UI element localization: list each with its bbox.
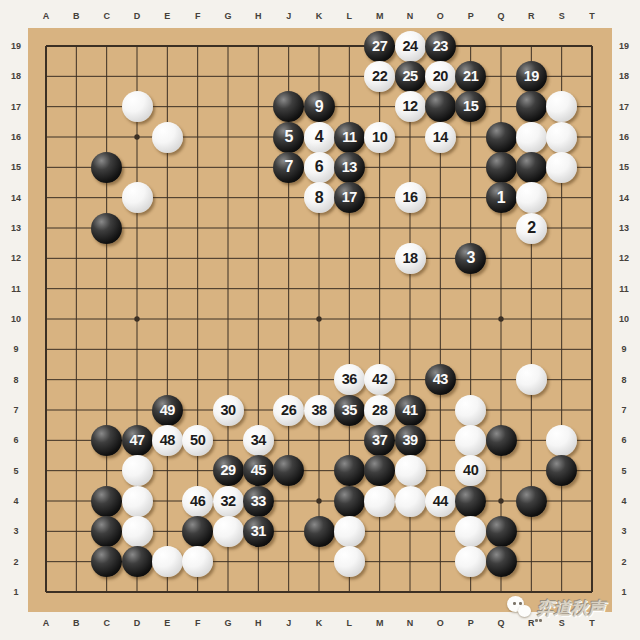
watermark-text: 弈道秋声: [537, 597, 605, 620]
col-label-bottom-J: J: [286, 619, 291, 628]
black-stone-L5: [334, 455, 365, 486]
white-stone-S16: [546, 122, 577, 153]
white-stone-S15: [546, 152, 577, 183]
black-stone-L14-move-17: 17: [334, 182, 365, 213]
black-stone-C13: [91, 213, 122, 244]
black-stone-P4: [455, 486, 486, 517]
white-stone-M18-move-22: 22: [364, 61, 395, 92]
move-number: 4: [315, 129, 323, 145]
move-number: 41: [402, 403, 417, 418]
col-label-top-C: C: [103, 12, 110, 21]
white-stone-N4: [395, 486, 426, 517]
move-number: 24: [402, 39, 417, 54]
row-label-right-15: 15: [619, 163, 629, 172]
col-label-bottom-F: F: [195, 619, 201, 628]
black-stone-N7-move-41: 41: [395, 395, 426, 426]
row-label-left-13: 13: [11, 224, 21, 233]
col-label-bottom-O: O: [437, 619, 444, 628]
row-label-left-2: 2: [13, 557, 18, 566]
row-label-left-1: 1: [13, 588, 18, 597]
move-number: 42: [372, 372, 387, 387]
move-number: 23: [433, 39, 448, 54]
move-number: 46: [190, 494, 205, 509]
move-number: 30: [220, 403, 235, 418]
row-label-left-15: 15: [11, 163, 21, 172]
white-stone-S6: [546, 425, 577, 456]
black-stone-Q16: [486, 122, 517, 153]
go-diagram: AABBCCDDEEFFGGHHJJKKLLMMNNOOPPQQRRSSTT19…: [0, 0, 640, 640]
white-stone-M7-move-28: 28: [364, 395, 395, 426]
move-number: 14: [433, 130, 448, 145]
star-point-Q10: [498, 316, 503, 321]
row-label-left-19: 19: [11, 42, 21, 51]
row-label-right-8: 8: [621, 375, 626, 384]
move-number: 36: [342, 372, 357, 387]
row-label-right-2: 2: [621, 557, 626, 566]
col-label-bottom-C: C: [103, 619, 110, 628]
black-stone-C6: [91, 425, 122, 456]
black-stone-G5-move-29: 29: [213, 455, 244, 486]
col-label-bottom-Q: Q: [497, 619, 504, 628]
black-stone-Q3: [486, 516, 517, 547]
row-label-right-7: 7: [621, 406, 626, 415]
col-label-top-D: D: [134, 12, 141, 21]
row-label-left-16: 16: [11, 133, 21, 142]
white-stone-H6-move-34: 34: [243, 425, 274, 456]
black-stone-R15: [516, 152, 547, 183]
move-number: 47: [129, 433, 144, 448]
col-label-top-O: O: [437, 12, 444, 21]
col-label-top-J: J: [286, 12, 291, 21]
white-stone-N19-move-24: 24: [395, 31, 426, 62]
black-stone-R18-move-19: 19: [516, 61, 547, 92]
black-stone-R17: [516, 91, 547, 122]
white-stone-R14: [516, 182, 547, 213]
move-number: 3: [466, 250, 474, 266]
col-label-top-N: N: [407, 12, 414, 21]
move-number: 38: [311, 403, 326, 418]
col-label-bottom-L: L: [347, 619, 353, 628]
move-number: 49: [160, 403, 175, 418]
move-number: 28: [372, 403, 387, 418]
black-stone-D6-move-47: 47: [122, 425, 153, 456]
col-label-bottom-A: A: [43, 619, 50, 628]
move-number: 12: [402, 99, 417, 114]
black-stone-J16-move-5: 5: [273, 122, 304, 153]
row-label-right-11: 11: [619, 284, 629, 293]
move-number: 16: [402, 190, 417, 205]
white-stone-R8: [516, 364, 547, 395]
move-number: 40: [463, 463, 478, 478]
watermark: 弈道秋声: [505, 593, 635, 623]
move-number: 26: [281, 403, 296, 418]
row-label-right-9: 9: [621, 345, 626, 354]
white-stone-D5: [122, 455, 153, 486]
white-stone-N12-move-18: 18: [395, 243, 426, 274]
col-label-top-A: A: [43, 12, 50, 21]
white-stone-E6-move-48: 48: [152, 425, 183, 456]
white-stone-E2: [152, 546, 183, 577]
move-number: 25: [402, 69, 417, 84]
white-stone-K7-move-38: 38: [304, 395, 335, 426]
row-label-left-12: 12: [11, 254, 21, 263]
black-stone-Q2: [486, 546, 517, 577]
white-stone-M4: [364, 486, 395, 517]
black-stone-H5-move-45: 45: [243, 455, 274, 486]
star-point-K10: [316, 316, 321, 321]
col-label-bottom-E: E: [164, 619, 170, 628]
row-label-right-10: 10: [619, 315, 629, 324]
star-point-D16: [134, 134, 139, 139]
move-number: 32: [220, 494, 235, 509]
move-number: 2: [527, 220, 535, 236]
black-stone-R4: [516, 486, 547, 517]
move-number: 13: [342, 160, 357, 175]
white-stone-N14-move-16: 16: [395, 182, 426, 213]
white-stone-G4-move-32: 32: [213, 486, 244, 517]
row-label-right-13: 13: [619, 224, 629, 233]
white-stone-D14: [122, 182, 153, 213]
black-stone-K3: [304, 516, 335, 547]
move-number: 8: [315, 190, 323, 206]
black-stone-L16-move-11: 11: [334, 122, 365, 153]
white-stone-P6: [455, 425, 486, 456]
move-number: 50: [190, 433, 205, 448]
row-label-left-4: 4: [13, 497, 18, 506]
white-stone-M16-move-10: 10: [364, 122, 395, 153]
col-label-bottom-N: N: [407, 619, 414, 628]
white-stone-K16-move-4: 4: [304, 122, 335, 153]
row-label-right-5: 5: [621, 466, 626, 475]
row-label-right-4: 4: [621, 497, 626, 506]
row-label-left-7: 7: [13, 406, 18, 415]
black-stone-O8-move-43: 43: [425, 364, 456, 395]
black-stone-H4-move-33: 33: [243, 486, 274, 517]
col-label-top-B: B: [73, 12, 80, 21]
black-stone-C3: [91, 516, 122, 547]
col-label-top-T: T: [589, 12, 595, 21]
white-stone-O16-move-14: 14: [425, 122, 456, 153]
move-number: 35: [342, 403, 357, 418]
black-stone-L4: [334, 486, 365, 517]
col-label-bottom-M: M: [376, 619, 384, 628]
move-number: 9: [315, 99, 323, 115]
move-number: 15: [463, 99, 478, 114]
move-number: 34: [251, 433, 266, 448]
col-label-bottom-B: B: [73, 619, 80, 628]
move-number: 22: [372, 69, 387, 84]
row-label-left-11: 11: [11, 284, 21, 293]
move-number: 5: [284, 129, 292, 145]
col-label-top-M: M: [376, 12, 384, 21]
move-number: 18: [402, 251, 417, 266]
black-stone-Q15: [486, 152, 517, 183]
white-stone-L8-move-36: 36: [334, 364, 365, 395]
col-label-bottom-D: D: [134, 619, 141, 628]
row-label-right-14: 14: [619, 193, 629, 202]
move-number: 31: [251, 524, 266, 539]
row-label-right-18: 18: [619, 72, 629, 81]
row-label-left-17: 17: [11, 102, 21, 111]
col-label-top-R: R: [528, 12, 535, 21]
col-label-top-Q: Q: [497, 12, 504, 21]
black-stone-D2: [122, 546, 153, 577]
white-stone-D4: [122, 486, 153, 517]
black-stone-N18-move-25: 25: [395, 61, 426, 92]
row-label-right-12: 12: [619, 254, 629, 263]
black-stone-L7-move-35: 35: [334, 395, 365, 426]
row-label-left-6: 6: [13, 436, 18, 445]
black-stone-M6-move-37: 37: [364, 425, 395, 456]
white-stone-N17-move-12: 12: [395, 91, 426, 122]
black-stone-Q6: [486, 425, 517, 456]
white-stone-J7-move-26: 26: [273, 395, 304, 426]
white-stone-R16: [516, 122, 547, 153]
wechat-emoji-icon: [505, 595, 535, 621]
black-stone-F3: [182, 516, 213, 547]
star-point-D10: [134, 316, 139, 321]
move-number: 6: [315, 159, 323, 175]
move-number: 44: [433, 494, 448, 509]
col-label-top-S: S: [559, 12, 565, 21]
black-stone-K17-move-9: 9: [304, 91, 335, 122]
move-number: 17: [342, 190, 357, 205]
white-stone-F6-move-50: 50: [182, 425, 213, 456]
white-stone-G7-move-30: 30: [213, 395, 244, 426]
row-label-left-9: 9: [13, 345, 18, 354]
white-stone-K14-move-8: 8: [304, 182, 335, 213]
row-label-right-3: 3: [621, 527, 626, 536]
row-label-left-14: 14: [11, 193, 21, 202]
col-label-bottom-H: H: [255, 619, 262, 628]
white-stone-N5: [395, 455, 426, 486]
star-point-K4: [316, 498, 321, 503]
move-number: 7: [284, 159, 292, 175]
black-stone-N6-move-39: 39: [395, 425, 426, 456]
move-number: 1: [497, 190, 505, 206]
black-stone-C15: [91, 152, 122, 183]
black-stone-E7-move-49: 49: [152, 395, 183, 426]
black-stone-P18-move-21: 21: [455, 61, 486, 92]
col-label-bottom-G: G: [224, 619, 231, 628]
row-label-left-3: 3: [13, 527, 18, 536]
star-point-Q4: [498, 498, 503, 503]
row-label-left-10: 10: [11, 315, 21, 324]
move-number: 48: [160, 433, 175, 448]
white-stone-L3: [334, 516, 365, 547]
black-stone-O19-move-23: 23: [425, 31, 456, 62]
move-number: 27: [372, 39, 387, 54]
white-stone-E16: [152, 122, 183, 153]
move-number: 33: [251, 494, 266, 509]
move-number: 43: [433, 372, 448, 387]
row-label-right-16: 16: [619, 133, 629, 142]
row-label-right-17: 17: [619, 102, 629, 111]
col-label-bottom-K: K: [316, 619, 323, 628]
col-label-top-H: H: [255, 12, 262, 21]
col-label-top-G: G: [224, 12, 231, 21]
move-number: 21: [463, 69, 478, 84]
black-stone-C4: [91, 486, 122, 517]
white-stone-F4-move-46: 46: [182, 486, 213, 517]
row-label-right-19: 19: [619, 42, 629, 51]
move-number: 29: [220, 463, 235, 478]
white-stone-D17: [122, 91, 153, 122]
white-stone-K15-move-6: 6: [304, 152, 335, 183]
col-label-top-E: E: [164, 12, 170, 21]
white-stone-P7: [455, 395, 486, 426]
move-number: 11: [342, 130, 356, 145]
black-stone-L15-move-13: 13: [334, 152, 365, 183]
black-stone-J15-move-7: 7: [273, 152, 304, 183]
row-label-left-8: 8: [13, 375, 18, 384]
white-stone-O18-move-20: 20: [425, 61, 456, 92]
black-stone-H3-move-31: 31: [243, 516, 274, 547]
col-label-bottom-P: P: [468, 619, 474, 628]
col-label-top-K: K: [316, 12, 323, 21]
row-label-left-18: 18: [11, 72, 21, 81]
black-stone-Q14-move-1: 1: [486, 182, 517, 213]
white-stone-D3: [122, 516, 153, 547]
move-number: 19: [524, 69, 539, 84]
col-label-top-F: F: [195, 12, 201, 21]
black-stone-O17: [425, 91, 456, 122]
move-number: 39: [402, 433, 417, 448]
col-label-top-L: L: [347, 12, 353, 21]
white-stone-R13-move-2: 2: [516, 213, 547, 244]
black-stone-P12-move-3: 3: [455, 243, 486, 274]
move-number: 20: [433, 69, 448, 84]
row-label-left-5: 5: [13, 466, 18, 475]
white-stone-P3: [455, 516, 486, 547]
white-stone-O4-move-44: 44: [425, 486, 456, 517]
black-stone-M19-move-27: 27: [364, 31, 395, 62]
move-number: 45: [251, 463, 266, 478]
col-label-top-P: P: [468, 12, 474, 21]
row-label-right-6: 6: [621, 436, 626, 445]
move-number: 37: [372, 433, 387, 448]
move-number: 10: [372, 130, 387, 145]
white-stone-L2: [334, 546, 365, 577]
white-stone-G3: [213, 516, 244, 547]
